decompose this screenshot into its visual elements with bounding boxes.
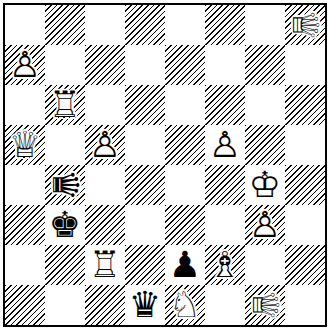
square-b2[interactable] [45, 245, 85, 285]
black-queen-rotated-piece[interactable]: ♛ [45, 165, 85, 205]
white-piece-body: ♛ [245, 285, 285, 325]
square-e4[interactable] [165, 165, 205, 205]
white-queen-rotated-piece[interactable]: ♛♕ [285, 5, 325, 45]
square-f7[interactable] [205, 45, 245, 85]
square-g3[interactable]: ♟♙ [245, 205, 285, 245]
square-c1[interactable] [85, 285, 125, 325]
black-piece-glyph: ♟ [165, 245, 205, 285]
square-c7[interactable] [85, 45, 125, 85]
square-c5[interactable]: ♟♙ [85, 125, 125, 165]
square-e1[interactable]: ♞♘ [165, 285, 205, 325]
white-piece-outline: ♗ [205, 245, 245, 285]
square-h4[interactable] [285, 165, 325, 205]
square-f4[interactable] [205, 165, 245, 205]
square-a4[interactable] [5, 165, 45, 205]
white-pawn-piece[interactable]: ♟♙ [5, 45, 45, 85]
white-piece-body: ♟ [5, 45, 45, 85]
white-piece-outline: ♘ [165, 285, 205, 325]
white-pawn-piece[interactable]: ♟♙ [205, 125, 245, 165]
square-d1[interactable]: ♛ [125, 285, 165, 325]
white-piece-outline: ♕ [245, 285, 285, 325]
square-d3[interactable] [125, 205, 165, 245]
square-b1[interactable] [45, 285, 85, 325]
square-b8[interactable] [45, 5, 85, 45]
white-piece-body: ♞ [165, 285, 205, 325]
black-pawn-piece[interactable]: ♟ [165, 245, 205, 285]
square-d4[interactable] [125, 165, 165, 205]
square-g4[interactable]: ♚♔ [245, 165, 285, 205]
white-pawn-piece[interactable]: ♟♙ [85, 125, 125, 165]
white-piece-outline: ♙ [85, 125, 125, 165]
square-f1[interactable] [205, 285, 245, 325]
square-e2[interactable]: ♟ [165, 245, 205, 285]
square-h5[interactable] [285, 125, 325, 165]
square-a2[interactable] [5, 245, 45, 285]
square-d6[interactable] [125, 85, 165, 125]
white-piece-outline: ♙ [245, 205, 285, 245]
white-piece-body: ♜ [85, 245, 125, 285]
square-g7[interactable] [245, 45, 285, 85]
square-h6[interactable] [285, 85, 325, 125]
white-bishop-piece[interactable]: ♝♗ [205, 245, 245, 285]
square-g8[interactable] [245, 5, 285, 45]
chess-diagram: ♛♕♟♙♜♖♛♕♟♙♟♙♛♚♔♚♟♙♜♖♟♝♗♛♞♘♛♕ [3, 3, 327, 327]
white-piece-outline: ♙ [205, 125, 245, 165]
square-b3[interactable]: ♚ [45, 205, 85, 245]
black-piece-glyph: ♛ [45, 165, 85, 205]
square-d8[interactable] [125, 5, 165, 45]
white-piece-body: ♟ [205, 125, 245, 165]
black-piece-glyph: ♛ [125, 285, 165, 325]
white-piece-body: ♚ [245, 165, 285, 205]
square-b5[interactable] [45, 125, 85, 165]
square-c8[interactable] [85, 5, 125, 45]
black-queen-piece[interactable]: ♛ [125, 285, 165, 325]
square-b7[interactable] [45, 45, 85, 85]
square-f8[interactable] [205, 5, 245, 45]
white-knight-piece[interactable]: ♞♘ [165, 285, 205, 325]
white-piece-outline: ♕ [5, 125, 45, 165]
square-h8[interactable]: ♛♕ [285, 5, 325, 45]
chessboard: ♛♕♟♙♜♖♛♕♟♙♟♙♛♚♔♚♟♙♜♖♟♝♗♛♞♘♛♕ [5, 5, 325, 325]
white-piece-body: ♟ [245, 205, 285, 245]
square-f6[interactable] [205, 85, 245, 125]
square-f5[interactable]: ♟♙ [205, 125, 245, 165]
square-c3[interactable] [85, 205, 125, 245]
white-piece-body: ♟ [85, 125, 125, 165]
square-g5[interactable] [245, 125, 285, 165]
square-c2[interactable]: ♜♖ [85, 245, 125, 285]
white-piece-outline: ♖ [45, 85, 85, 125]
square-b4[interactable]: ♛ [45, 165, 85, 205]
square-d2[interactable] [125, 245, 165, 285]
white-piece-outline: ♙ [5, 45, 45, 85]
white-piece-outline: ♕ [285, 5, 325, 45]
black-piece-glyph: ♚ [45, 205, 85, 245]
white-piece-body: ♛ [5, 125, 45, 165]
square-e3[interactable] [165, 205, 205, 245]
square-a8[interactable] [5, 5, 45, 45]
white-king-piece[interactable]: ♚♔ [245, 165, 285, 205]
white-queen-rotated-piece[interactable]: ♛♕ [245, 285, 285, 325]
square-e5[interactable] [165, 125, 205, 165]
square-h2[interactable] [285, 245, 325, 285]
square-e6[interactable] [165, 85, 205, 125]
white-pawn-piece[interactable]: ♟♙ [245, 205, 285, 245]
white-queen-piece[interactable]: ♛♕ [5, 125, 45, 165]
square-f2[interactable]: ♝♗ [205, 245, 245, 285]
white-rook-piece[interactable]: ♜♖ [45, 85, 85, 125]
square-g6[interactable] [245, 85, 285, 125]
square-f3[interactable] [205, 205, 245, 245]
board-frame: ♛♕♟♙♜♖♛♕♟♙♟♙♛♚♔♚♟♙♜♖♟♝♗♛♞♘♛♕ [3, 3, 327, 327]
white-piece-outline: ♔ [245, 165, 285, 205]
square-h1[interactable] [285, 285, 325, 325]
black-king-piece[interactable]: ♚ [45, 205, 85, 245]
square-a5[interactable]: ♛♕ [5, 125, 45, 165]
white-piece-body: ♛ [285, 5, 325, 45]
square-g2[interactable] [245, 245, 285, 285]
white-piece-outline: ♖ [85, 245, 125, 285]
square-e8[interactable] [165, 5, 205, 45]
square-a7[interactable]: ♟♙ [5, 45, 45, 85]
white-piece-body: ♜ [45, 85, 85, 125]
square-b6[interactable]: ♜♖ [45, 85, 85, 125]
square-a3[interactable] [5, 205, 45, 245]
white-rook-piece[interactable]: ♜♖ [85, 245, 125, 285]
square-c4[interactable] [85, 165, 125, 205]
square-e7[interactable] [165, 45, 205, 85]
square-h7[interactable] [285, 45, 325, 85]
square-a1[interactable] [5, 285, 45, 325]
square-h3[interactable] [285, 205, 325, 245]
white-piece-body: ♝ [205, 245, 245, 285]
square-c6[interactable] [85, 85, 125, 125]
square-d7[interactable] [125, 45, 165, 85]
square-d5[interactable] [125, 125, 165, 165]
square-g1[interactable]: ♛♕ [245, 285, 285, 325]
square-a6[interactable] [5, 85, 45, 125]
